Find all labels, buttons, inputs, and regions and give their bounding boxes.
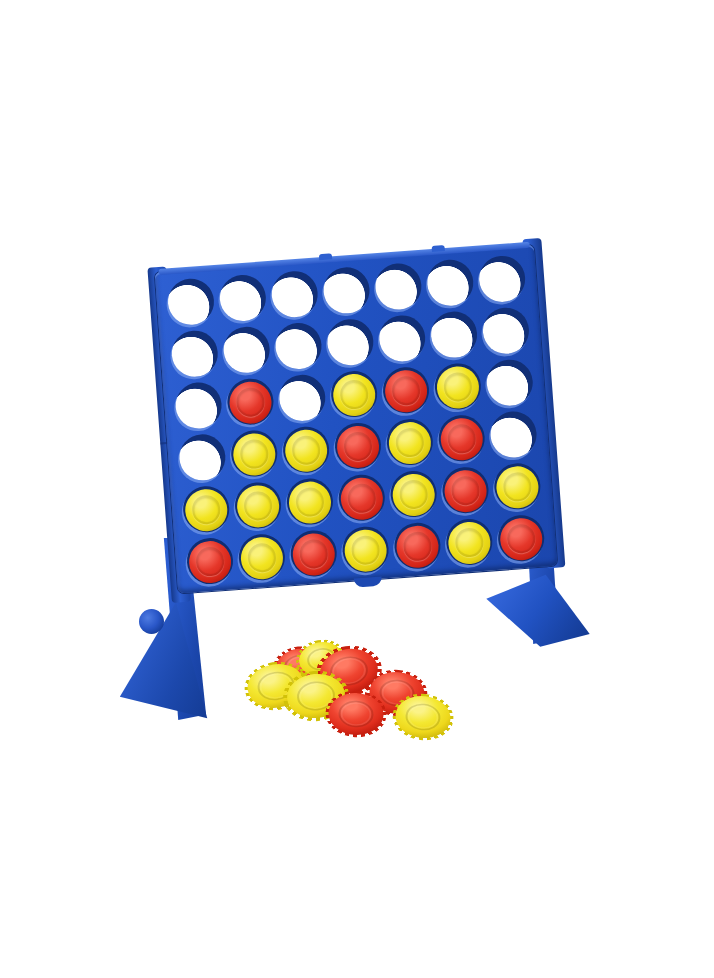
connect-four-product-photo [0, 0, 714, 978]
loose-pile [0, 0, 714, 978]
